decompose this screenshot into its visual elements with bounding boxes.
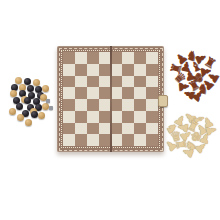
black-checker bbox=[37, 92, 44, 99]
dark-pawn-piece: ♟ bbox=[182, 67, 199, 83]
square-g7 bbox=[134, 64, 146, 76]
square-h4 bbox=[146, 99, 158, 111]
black-checker bbox=[16, 103, 23, 110]
wood-checker bbox=[38, 112, 45, 119]
board-clasp bbox=[158, 95, 168, 107]
square-c4 bbox=[87, 99, 99, 111]
square-e2 bbox=[111, 123, 123, 135]
square-f5 bbox=[122, 87, 134, 99]
square-h7 bbox=[146, 64, 158, 76]
dark-bishop-piece: ♝ bbox=[187, 58, 205, 76]
die bbox=[49, 106, 53, 110]
black-checker bbox=[24, 97, 31, 104]
wood-checker bbox=[17, 114, 24, 121]
dark-king-piece: ♚ bbox=[190, 69, 207, 87]
square-h8 bbox=[146, 52, 158, 64]
square-e8 bbox=[111, 52, 123, 64]
dark-rook-piece: ♜ bbox=[185, 76, 204, 94]
square-e1 bbox=[111, 134, 123, 146]
dark-pawn-piece: ♟ bbox=[188, 86, 207, 105]
square-g3 bbox=[134, 111, 146, 123]
square-a7 bbox=[63, 64, 75, 76]
square-c3 bbox=[87, 111, 99, 123]
square-e3 bbox=[111, 111, 123, 123]
square-c1 bbox=[87, 134, 99, 146]
square-a4 bbox=[63, 99, 75, 111]
light-pawn-piece: ♟ bbox=[199, 114, 217, 131]
square-f8 bbox=[122, 52, 134, 64]
black-checker bbox=[33, 98, 40, 105]
square-f2 bbox=[122, 123, 134, 135]
square-b2 bbox=[75, 123, 87, 135]
dark-pawn-piece: ♟ bbox=[180, 86, 197, 104]
square-g1 bbox=[134, 134, 146, 146]
wood-checker bbox=[30, 108, 37, 115]
wood-checker bbox=[33, 79, 40, 86]
square-h6 bbox=[146, 76, 158, 88]
wood-checker bbox=[40, 94, 47, 101]
light-pawn-piece: ♟ bbox=[203, 122, 219, 139]
square-b3 bbox=[75, 111, 87, 123]
light-queen-piece: ♛ bbox=[168, 128, 185, 144]
product-photo: ♟♞♟♜♜♟♝♟♟♛♟♚♟♟♜♞♟♟ ♟♟♝♟♞♟♜♟♟♛♟♚♟♟♜♞♟♟ bbox=[0, 0, 220, 220]
wood-checker bbox=[15, 77, 22, 84]
wood-checker bbox=[21, 96, 28, 103]
wood-checker bbox=[42, 85, 49, 92]
dark-pawn-piece: ♟ bbox=[177, 79, 191, 94]
light-pawn-piece: ♟ bbox=[179, 144, 196, 162]
square-h3 bbox=[146, 111, 158, 123]
black-checker bbox=[13, 97, 20, 104]
square-g8 bbox=[134, 52, 146, 64]
black-checker bbox=[31, 111, 38, 118]
light-pawn-piece: ♟ bbox=[161, 136, 180, 155]
light-king-piece: ♚ bbox=[187, 127, 205, 145]
square-g6 bbox=[134, 76, 146, 88]
light-knight-piece: ♞ bbox=[163, 119, 181, 138]
square-g4 bbox=[134, 99, 146, 111]
wood-checker bbox=[9, 108, 16, 115]
die bbox=[46, 99, 50, 103]
square-f6 bbox=[122, 76, 134, 88]
dark-pawn-piece: ♟ bbox=[192, 49, 210, 67]
square-c5 bbox=[87, 87, 99, 99]
square-a6 bbox=[63, 76, 75, 88]
light-pawn-piece: ♟ bbox=[192, 138, 211, 157]
black-checker bbox=[35, 86, 42, 93]
light-pawn-piece: ♟ bbox=[181, 108, 200, 127]
square-c8 bbox=[87, 52, 99, 64]
square-e5 bbox=[111, 87, 123, 99]
square-h1 bbox=[146, 134, 158, 146]
black-checker bbox=[35, 104, 42, 111]
dark-pawn-piece: ♟ bbox=[198, 63, 213, 79]
dark-rook-piece: ♜ bbox=[168, 60, 184, 77]
dark-rook-piece: ♜ bbox=[201, 53, 220, 71]
square-h2 bbox=[146, 123, 158, 135]
dark-knight-piece: ♞ bbox=[195, 80, 212, 96]
black-checker bbox=[24, 78, 31, 85]
black-checker bbox=[27, 104, 34, 111]
square-b1 bbox=[75, 134, 87, 146]
dark-pawn-piece: ♟ bbox=[171, 49, 190, 68]
square-g5 bbox=[134, 87, 146, 99]
square-f4 bbox=[122, 99, 134, 111]
square-c6 bbox=[87, 76, 99, 88]
light-pawn-piece: ♟ bbox=[193, 120, 212, 139]
square-a8 bbox=[63, 52, 75, 64]
dark-queen-piece: ♛ bbox=[170, 68, 189, 87]
square-e4 bbox=[111, 99, 123, 111]
square-b4 bbox=[75, 99, 87, 111]
black-checker bbox=[28, 92, 35, 99]
square-a2 bbox=[63, 123, 75, 135]
light-pawn-piece: ♟ bbox=[196, 130, 214, 147]
wood-checker bbox=[42, 103, 49, 110]
dark-knight-piece: ♞ bbox=[183, 47, 201, 64]
square-b6 bbox=[75, 76, 87, 88]
wood-checker bbox=[10, 90, 17, 97]
light-bishop-piece: ♝ bbox=[190, 111, 207, 129]
light-pawn-piece: ♟ bbox=[171, 111, 190, 129]
square-f7 bbox=[122, 64, 134, 76]
dark-pawn-piece: ♟ bbox=[198, 75, 217, 94]
square-c7 bbox=[87, 64, 99, 76]
square-b8 bbox=[75, 52, 87, 64]
black-checker bbox=[22, 110, 29, 117]
square-b5 bbox=[75, 87, 87, 99]
square-a5 bbox=[63, 87, 75, 99]
dark-pawn-piece: ♟ bbox=[178, 59, 194, 74]
light-rook-piece: ♜ bbox=[173, 136, 188, 152]
wood-checker bbox=[19, 84, 26, 91]
square-f3 bbox=[122, 111, 134, 123]
black-checker bbox=[11, 84, 18, 91]
light-knight-piece: ♞ bbox=[182, 137, 200, 155]
black-checker bbox=[27, 85, 34, 92]
square-e7 bbox=[111, 64, 123, 76]
chess-board bbox=[57, 46, 164, 152]
light-rook-piece: ♜ bbox=[184, 118, 202, 136]
light-pawn-piece: ♟ bbox=[177, 126, 196, 145]
square-a1 bbox=[63, 134, 75, 146]
square-g2 bbox=[134, 123, 146, 135]
black-checker bbox=[19, 90, 26, 97]
square-h5 bbox=[146, 87, 158, 99]
square-a3 bbox=[63, 111, 75, 123]
light-pawn-piece: ♟ bbox=[175, 119, 190, 135]
square-b7 bbox=[75, 64, 87, 76]
board-fold-hinge bbox=[110, 46, 112, 152]
dark-pawn-piece: ♟ bbox=[204, 68, 220, 87]
wood-checker bbox=[25, 119, 32, 126]
square-c2 bbox=[87, 123, 99, 135]
square-f1 bbox=[122, 134, 134, 146]
square-e6 bbox=[111, 76, 123, 88]
